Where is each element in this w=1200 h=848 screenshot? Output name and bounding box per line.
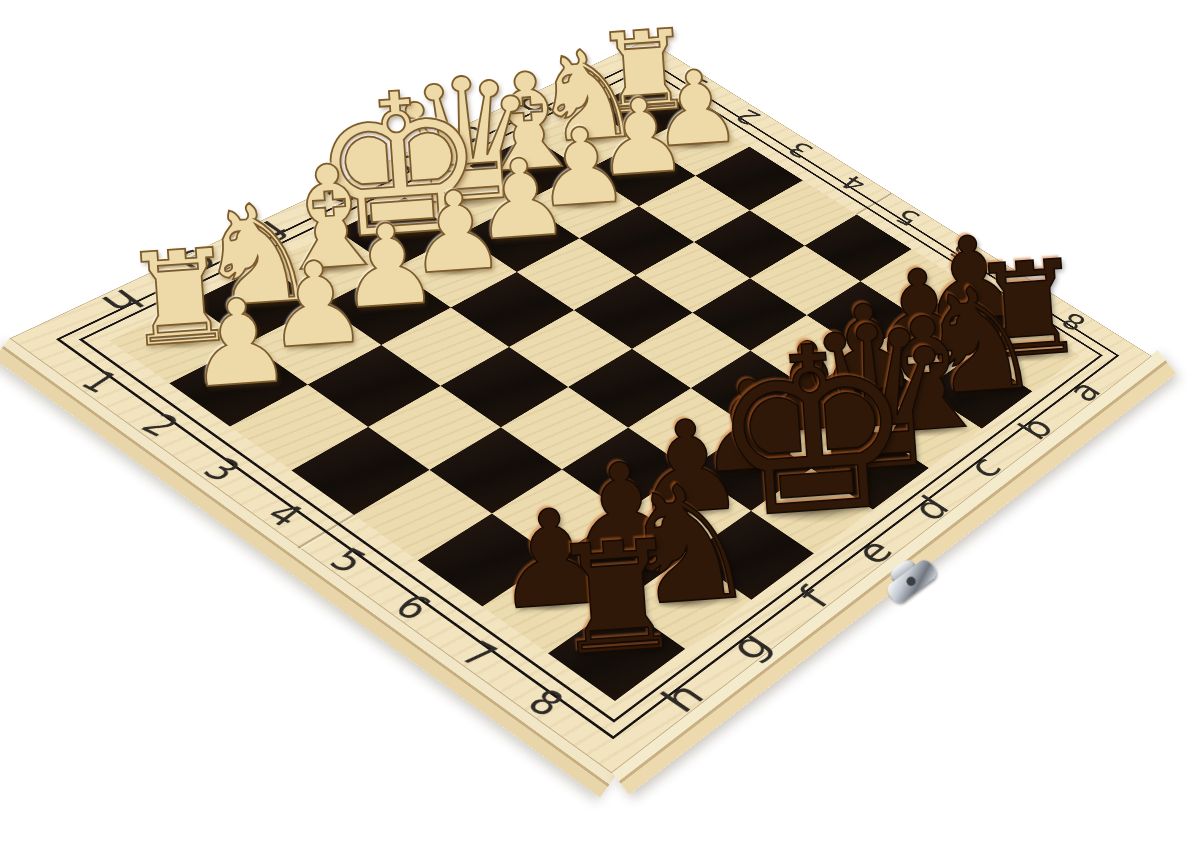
rank-label-top-3: 3: [770, 131, 831, 168]
white-pawn[interactable]: ♟: [183, 281, 296, 406]
black-rook[interactable]: ♜: [545, 519, 690, 679]
chess-set-photo: 11aa22bb33cc44dd55ee66ff77gg88hh ♜♞♝♛♚♞♜…: [0, 0, 1200, 848]
rank-label-top-4: 4: [823, 165, 884, 203]
